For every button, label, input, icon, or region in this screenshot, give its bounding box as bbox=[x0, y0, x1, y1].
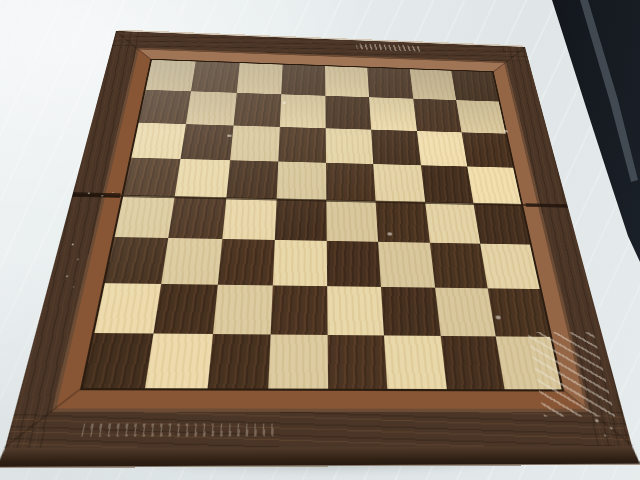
square-d8 bbox=[281, 65, 325, 96]
square-c6 bbox=[230, 125, 280, 161]
square-b5 bbox=[175, 159, 230, 198]
square-f5 bbox=[373, 164, 424, 203]
square-h4 bbox=[473, 203, 530, 244]
square-e1 bbox=[328, 335, 388, 389]
square-g5 bbox=[420, 165, 473, 203]
square-d6 bbox=[278, 127, 326, 163]
square-d4 bbox=[275, 199, 327, 241]
square-e8 bbox=[325, 66, 369, 97]
square-d7 bbox=[280, 94, 326, 128]
square-f4 bbox=[376, 201, 430, 243]
square-g4 bbox=[425, 202, 480, 243]
square-a3 bbox=[105, 237, 169, 283]
square-c3 bbox=[217, 239, 274, 285]
square-g7 bbox=[413, 99, 461, 132]
square-d3 bbox=[273, 240, 328, 286]
square-f7 bbox=[369, 97, 416, 130]
square-d1 bbox=[268, 334, 328, 388]
square-b6 bbox=[181, 124, 233, 160]
square-c5 bbox=[226, 160, 278, 199]
square-d2 bbox=[270, 285, 327, 335]
square-b4 bbox=[168, 197, 225, 239]
square-f3 bbox=[378, 242, 434, 287]
square-a2 bbox=[94, 283, 161, 334]
photo-scene bbox=[0, 0, 640, 480]
square-a5 bbox=[123, 157, 180, 196]
square-e3 bbox=[327, 241, 381, 286]
board-bottom-edge bbox=[0, 446, 640, 468]
square-b1 bbox=[145, 333, 212, 388]
square-d5 bbox=[276, 161, 326, 200]
square-a7 bbox=[139, 90, 191, 124]
square-g6 bbox=[416, 131, 467, 167]
square-g1 bbox=[440, 336, 504, 390]
square-g3 bbox=[429, 243, 487, 288]
square-e5 bbox=[326, 163, 376, 202]
square-b2 bbox=[154, 283, 218, 333]
square-b7 bbox=[186, 91, 236, 125]
square-h1 bbox=[495, 336, 561, 389]
square-c7 bbox=[233, 93, 281, 127]
square-e4 bbox=[326, 200, 378, 242]
square-g8 bbox=[409, 69, 456, 100]
square-b3 bbox=[161, 238, 221, 284]
square-c8 bbox=[236, 63, 282, 94]
play-area bbox=[83, 60, 562, 389]
square-c2 bbox=[212, 284, 272, 334]
square-h8 bbox=[451, 71, 499, 102]
square-a1 bbox=[83, 333, 154, 388]
square-g2 bbox=[435, 287, 496, 336]
square-f2 bbox=[381, 286, 440, 335]
square-c1 bbox=[207, 334, 270, 389]
square-e6 bbox=[326, 128, 374, 164]
square-a6 bbox=[131, 122, 186, 158]
square-e2 bbox=[327, 286, 384, 335]
square-f6 bbox=[371, 129, 420, 165]
square-h2 bbox=[487, 288, 550, 337]
square-h3 bbox=[480, 244, 540, 289]
square-h5 bbox=[467, 166, 521, 204]
square-e7 bbox=[325, 96, 371, 129]
square-h7 bbox=[456, 100, 506, 133]
square-f8 bbox=[367, 68, 412, 99]
square-c4 bbox=[222, 198, 277, 240]
fold-seam-specks bbox=[79, 187, 122, 202]
square-a8 bbox=[146, 60, 196, 92]
square-a4 bbox=[115, 196, 175, 239]
chessboard bbox=[5, 31, 632, 448]
square-h6 bbox=[461, 132, 513, 168]
square-f1 bbox=[384, 335, 446, 389]
square-b8 bbox=[191, 61, 239, 92]
